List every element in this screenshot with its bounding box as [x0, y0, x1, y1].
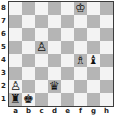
chess-board: ♔♙♗♝♙♛♜♚ [8, 1, 114, 107]
square-b5[interactable] [22, 41, 35, 54]
square-c7[interactable] [35, 15, 48, 28]
square-h5[interactable] [100, 41, 113, 54]
square-d6[interactable] [48, 28, 61, 41]
file-label-c: c [35, 106, 48, 116]
square-f3[interactable] [74, 67, 87, 80]
rank-labels: 87654321 [0, 2, 8, 106]
black-queen-piece[interactable]: ♛ [49, 80, 60, 93]
square-c5[interactable]: ♙ [35, 41, 48, 54]
white-bishop-piece[interactable]: ♗ [75, 54, 86, 67]
square-d4[interactable] [48, 54, 61, 67]
square-a2[interactable]: ♙ [9, 80, 22, 93]
file-label-g: g [87, 106, 100, 116]
rank-label-5: 5 [0, 41, 8, 54]
square-b6[interactable] [22, 28, 35, 41]
square-c1[interactable] [35, 93, 48, 106]
square-g5[interactable] [87, 41, 100, 54]
square-c3[interactable] [35, 67, 48, 80]
square-e7[interactable] [61, 15, 74, 28]
black-bishop-piece[interactable]: ♝ [88, 54, 99, 67]
black-rook-piece[interactable]: ♜ [10, 93, 21, 106]
file-label-a: a [9, 106, 22, 116]
square-a8[interactable] [9, 2, 22, 15]
square-f7[interactable] [74, 15, 87, 28]
square-g6[interactable] [87, 28, 100, 41]
file-label-h: h [100, 106, 113, 116]
square-a5[interactable] [9, 41, 22, 54]
square-g4[interactable]: ♝ [87, 54, 100, 67]
square-g2[interactable] [87, 80, 100, 93]
rank-label-2: 2 [0, 80, 8, 93]
square-h6[interactable] [100, 28, 113, 41]
file-label-e: e [61, 106, 74, 116]
square-c4[interactable] [35, 54, 48, 67]
square-d2[interactable]: ♛ [48, 80, 61, 93]
square-a4[interactable] [9, 54, 22, 67]
square-h1[interactable] [100, 93, 113, 106]
rank-label-1: 1 [0, 93, 8, 106]
square-h4[interactable] [100, 54, 113, 67]
square-f8[interactable]: ♔ [74, 2, 87, 15]
square-b2[interactable] [22, 80, 35, 93]
white-pawn-piece[interactable]: ♙ [10, 80, 21, 93]
square-b3[interactable] [22, 67, 35, 80]
square-f5[interactable] [74, 41, 87, 54]
file-labels: abcdefgh [9, 106, 113, 116]
rank-label-6: 6 [0, 28, 8, 41]
square-b4[interactable] [22, 54, 35, 67]
rank-label-8: 8 [0, 2, 8, 15]
white-king-piece[interactable]: ♔ [75, 2, 86, 15]
square-g7[interactable] [87, 15, 100, 28]
square-a1[interactable]: ♜ [9, 93, 22, 106]
rank-label-3: 3 [0, 67, 8, 80]
white-pawn-piece[interactable]: ♙ [36, 41, 47, 54]
square-h8[interactable] [100, 2, 113, 15]
file-label-d: d [48, 106, 61, 116]
file-label-f: f [74, 106, 87, 116]
square-d3[interactable] [48, 67, 61, 80]
square-f1[interactable] [74, 93, 87, 106]
square-e4[interactable] [61, 54, 74, 67]
square-g1[interactable] [87, 93, 100, 106]
file-label-b: b [22, 106, 35, 116]
square-g3[interactable] [87, 67, 100, 80]
square-f2[interactable] [74, 80, 87, 93]
square-f6[interactable] [74, 28, 87, 41]
square-d1[interactable] [48, 93, 61, 106]
square-f4[interactable]: ♗ [74, 54, 87, 67]
square-e2[interactable] [61, 80, 74, 93]
square-h3[interactable] [100, 67, 113, 80]
square-a6[interactable] [9, 28, 22, 41]
square-b1[interactable]: ♚ [22, 93, 35, 106]
square-a7[interactable] [9, 15, 22, 28]
black-king-piece[interactable]: ♚ [23, 93, 34, 106]
square-d8[interactable] [48, 2, 61, 15]
square-c2[interactable] [35, 80, 48, 93]
square-b8[interactable] [22, 2, 35, 15]
square-e6[interactable] [61, 28, 74, 41]
rank-label-7: 7 [0, 15, 8, 28]
rank-label-4: 4 [0, 54, 8, 67]
square-c8[interactable] [35, 2, 48, 15]
square-b7[interactable] [22, 15, 35, 28]
chess-diagram: 87654321 ♔♙♗♝♙♛♜♚ abcdefgh [0, 0, 118, 118]
square-d5[interactable] [48, 41, 61, 54]
square-h7[interactable] [100, 15, 113, 28]
square-h2[interactable] [100, 80, 113, 93]
square-d7[interactable] [48, 15, 61, 28]
square-e8[interactable] [61, 2, 74, 15]
square-e5[interactable] [61, 41, 74, 54]
square-e1[interactable] [61, 93, 74, 106]
square-g8[interactable] [87, 2, 100, 15]
square-e3[interactable] [61, 67, 74, 80]
square-a3[interactable] [9, 67, 22, 80]
square-c6[interactable] [35, 28, 48, 41]
